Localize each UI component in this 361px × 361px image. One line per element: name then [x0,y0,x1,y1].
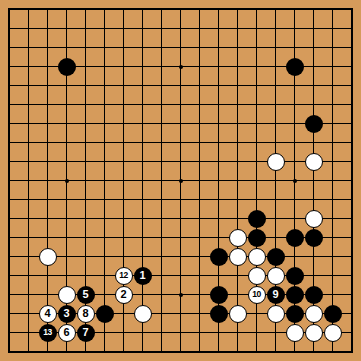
white-stone[interactable] [286,324,304,342]
black-stone[interactable] [286,58,304,76]
black-stone[interactable] [267,248,285,266]
black-stone[interactable] [305,115,323,133]
black-stone[interactable] [286,229,304,247]
black-stone-move-13[interactable]: 13 [39,324,57,342]
white-stone[interactable] [229,248,247,266]
white-stone-move-10[interactable]: 10 [248,286,266,304]
black-stone[interactable] [210,305,228,323]
go-board[interactable]: 121521094381367 [0,0,361,361]
white-stone[interactable] [58,286,76,304]
white-stone[interactable] [39,248,57,266]
white-stone[interactable] [305,324,323,342]
star-point [65,179,69,183]
white-stone[interactable] [229,229,247,247]
white-stone[interactable] [248,267,266,285]
white-stone[interactable] [305,153,323,171]
black-stone[interactable] [286,286,304,304]
white-stone[interactable] [267,267,285,285]
white-stone-move-8[interactable]: 8 [77,305,95,323]
white-stone-move-2[interactable]: 2 [115,286,133,304]
black-stone[interactable] [305,286,323,304]
black-stone[interactable] [324,305,342,323]
white-stone-move-6[interactable]: 6 [58,324,76,342]
white-stone[interactable] [229,305,247,323]
black-stone[interactable] [58,58,76,76]
white-stone[interactable] [324,324,342,342]
white-stone[interactable] [267,305,285,323]
black-stone-move-7[interactable]: 7 [77,324,95,342]
black-stone-move-9[interactable]: 9 [267,286,285,304]
white-stone-move-4[interactable]: 4 [39,305,57,323]
white-stone[interactable] [248,248,266,266]
star-point [179,293,183,297]
black-stone[interactable] [286,267,304,285]
black-stone[interactable] [305,229,323,247]
white-stone[interactable] [267,153,285,171]
white-stone[interactable] [305,305,323,323]
star-point [179,179,183,183]
black-stone[interactable] [248,210,266,228]
black-stone-move-3[interactable]: 3 [58,305,76,323]
black-stone[interactable] [96,305,114,323]
star-point [179,65,183,69]
white-stone-move-12[interactable]: 12 [115,267,133,285]
star-point [293,179,297,183]
white-stone[interactable] [305,210,323,228]
black-stone[interactable] [286,305,304,323]
black-stone-move-1[interactable]: 1 [134,267,152,285]
black-stone[interactable] [248,229,266,247]
black-stone[interactable] [210,286,228,304]
black-stone[interactable] [210,248,228,266]
black-stone-move-5[interactable]: 5 [77,286,95,304]
white-stone[interactable] [134,305,152,323]
